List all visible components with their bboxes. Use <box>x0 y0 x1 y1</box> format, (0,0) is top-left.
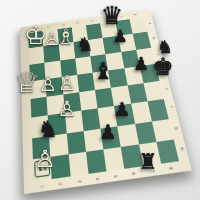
piece-black-knight-g2[interactable]: ♞ <box>38 118 59 141</box>
piece-white-pawn-b2[interactable]: ♙ <box>44 30 60 48</box>
rank-label-bottom-3: 3 <box>76 180 81 184</box>
piece-black-bishop-d5[interactable]: ♝ <box>93 60 114 83</box>
piece-black-queen-a6[interactable]: ♛ <box>101 3 123 28</box>
square-e1[interactable] <box>31 97 48 118</box>
rank-label-top-5: 5 <box>90 19 94 21</box>
square-g8[interactable] <box>152 119 174 142</box>
rank-label-bottom-2: 2 <box>58 182 63 186</box>
piece-white-queen-d1[interactable]: ♕ <box>14 69 39 97</box>
piece-black-king-d8[interactable]: ♚ <box>152 55 174 79</box>
piece-black-pawn-f6[interactable]: ♟ <box>113 100 130 119</box>
piece-black-pawn-g5[interactable]: ♟ <box>99 122 117 142</box>
piece-white-pawn-d2[interactable]: ♙ <box>39 74 57 94</box>
file-label-right-e: e <box>164 87 169 91</box>
piece-black-pawn-d7[interactable]: ♟ <box>133 55 149 73</box>
square-e8[interactable] <box>143 81 164 102</box>
piece-black-knight-b4[interactable]: ♞ <box>76 35 93 54</box>
file-label-right-g: g <box>174 126 179 131</box>
file-label-right-f: f <box>169 106 174 111</box>
piece-black-rook-h7[interactable]: ♜ <box>138 151 158 173</box>
file-label-right-a: a <box>148 22 152 26</box>
rank-label-bottom-5: 5 <box>113 174 118 178</box>
file-label-right-h: h <box>179 147 185 152</box>
rank-label-bottom-6: 6 <box>131 172 136 176</box>
square-h8[interactable] <box>156 139 179 163</box>
chess-board-photo: ♞♛ CHESS 11a22b33c44d55e66f77g88h ♔♙♗♞♛♟… <box>0 0 200 200</box>
square-f8[interactable] <box>147 99 168 121</box>
rank-label-top-8: 8 <box>133 13 137 15</box>
rank-label-top-4: 4 <box>76 21 80 23</box>
piece-white-pawn-f3[interactable]: ♙ <box>58 99 77 120</box>
piece-white-pawn-d3[interactable]: ♙ <box>58 73 76 93</box>
piece-black-pawn-b6[interactable]: ♟ <box>112 28 127 45</box>
rank-label-bottom-8: 8 <box>168 167 173 171</box>
rank-label-bottom-4: 4 <box>95 177 100 181</box>
rank-label-bottom-1: 1 <box>40 185 45 189</box>
piece-white-pawn-h2[interactable]: ♙ <box>34 147 56 171</box>
file-label-right-b: b <box>152 37 157 41</box>
